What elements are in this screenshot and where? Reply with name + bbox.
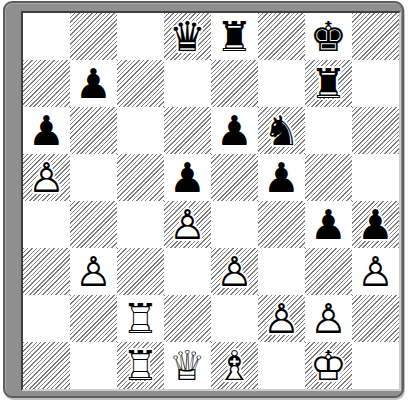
square-g4[interactable]: ♟♟ — [305, 201, 352, 248]
square-e3[interactable]: ♟♙ — [211, 248, 258, 295]
square-c1[interactable]: ♜♖ — [117, 342, 164, 389]
square-h3[interactable]: ♟♙ — [352, 248, 399, 295]
square-e6[interactable]: ♟♟ — [211, 107, 258, 154]
square-c7[interactable] — [117, 60, 164, 107]
piece-white-pawn: ♟♙ — [164, 201, 211, 248]
chess-board: ♛♛♜♜♚♚♟♟♜♜♟♟♟♟♞♞♟♙♟♟♟♟♟♙♟♟♟♟♟♙♟♙♟♙♜♖♟♙♟♙… — [21, 11, 401, 391]
piece-white-queen: ♛♕ — [164, 342, 211, 389]
square-f7[interactable] — [258, 60, 305, 107]
square-d1[interactable]: ♛♕ — [164, 342, 211, 389]
square-a4[interactable] — [23, 201, 70, 248]
piece-white-rook: ♜♖ — [117, 342, 164, 389]
square-b5[interactable] — [70, 154, 117, 201]
square-e7[interactable] — [211, 60, 258, 107]
piece-white-king: ♚♔ — [305, 342, 352, 389]
square-h5[interactable] — [352, 154, 399, 201]
square-d5[interactable]: ♟♟ — [164, 154, 211, 201]
piece-black-pawn: ♟♟ — [164, 154, 211, 201]
square-h1[interactable] — [352, 342, 399, 389]
square-c4[interactable] — [117, 201, 164, 248]
square-f8[interactable] — [258, 13, 305, 60]
square-b8[interactable] — [70, 13, 117, 60]
square-d6[interactable] — [164, 107, 211, 154]
square-c6[interactable] — [117, 107, 164, 154]
piece-black-pawn: ♟♟ — [211, 107, 258, 154]
piece-white-pawn: ♟♙ — [305, 295, 352, 342]
piece-black-queen: ♛♛ — [164, 13, 211, 60]
square-h8[interactable] — [352, 13, 399, 60]
piece-white-pawn: ♟♙ — [258, 295, 305, 342]
piece-black-pawn: ♟♟ — [258, 154, 305, 201]
square-b2[interactable] — [70, 295, 117, 342]
piece-white-pawn: ♟♙ — [23, 154, 70, 201]
square-a8[interactable] — [23, 13, 70, 60]
square-e5[interactable] — [211, 154, 258, 201]
square-e2[interactable] — [211, 295, 258, 342]
square-b3[interactable]: ♟♙ — [70, 248, 117, 295]
piece-black-knight: ♞♞ — [258, 107, 305, 154]
square-f5[interactable]: ♟♟ — [258, 154, 305, 201]
piece-white-pawn: ♟♙ — [211, 248, 258, 295]
square-h6[interactable] — [352, 107, 399, 154]
piece-black-pawn: ♟♟ — [23, 107, 70, 154]
square-a5[interactable]: ♟♙ — [23, 154, 70, 201]
square-a1[interactable] — [23, 342, 70, 389]
square-f6[interactable]: ♞♞ — [258, 107, 305, 154]
square-h7[interactable] — [352, 60, 399, 107]
square-g3[interactable] — [305, 248, 352, 295]
piece-white-bishop: ♝♗ — [211, 342, 258, 389]
square-b7[interactable]: ♟♟ — [70, 60, 117, 107]
square-b1[interactable] — [70, 342, 117, 389]
square-f3[interactable] — [258, 248, 305, 295]
piece-white-pawn: ♟♙ — [70, 248, 117, 295]
square-f1[interactable] — [258, 342, 305, 389]
square-a7[interactable] — [23, 60, 70, 107]
square-c2[interactable]: ♜♖ — [117, 295, 164, 342]
piece-white-pawn: ♟♙ — [352, 248, 399, 295]
square-g7[interactable]: ♜♜ — [305, 60, 352, 107]
square-c5[interactable] — [117, 154, 164, 201]
square-g8[interactable]: ♚♚ — [305, 13, 352, 60]
square-d4[interactable]: ♟♙ — [164, 201, 211, 248]
square-d3[interactable] — [164, 248, 211, 295]
square-h4[interactable]: ♟♟ — [352, 201, 399, 248]
piece-black-pawn: ♟♟ — [305, 201, 352, 248]
piece-white-rook: ♜♖ — [117, 295, 164, 342]
square-a2[interactable] — [23, 295, 70, 342]
square-b4[interactable] — [70, 201, 117, 248]
square-h2[interactable] — [352, 295, 399, 342]
piece-black-pawn: ♟♟ — [352, 201, 399, 248]
piece-black-rook: ♜♜ — [305, 60, 352, 107]
square-e8[interactable]: ♜♜ — [211, 13, 258, 60]
square-a6[interactable]: ♟♟ — [23, 107, 70, 154]
square-f2[interactable]: ♟♙ — [258, 295, 305, 342]
square-e1[interactable]: ♝♗ — [211, 342, 258, 389]
square-d7[interactable] — [164, 60, 211, 107]
square-g1[interactable]: ♚♔ — [305, 342, 352, 389]
board-frame: ♛♛♜♜♚♚♟♟♜♜♟♟♟♟♞♞♟♙♟♟♟♟♟♙♟♟♟♟♟♙♟♙♟♙♜♖♟♙♟♙… — [3, 1, 404, 398]
piece-black-pawn: ♟♟ — [70, 60, 117, 107]
piece-black-rook: ♜♜ — [211, 13, 258, 60]
square-a3[interactable] — [23, 248, 70, 295]
square-c3[interactable] — [117, 248, 164, 295]
piece-black-king: ♚♚ — [305, 13, 352, 60]
square-e4[interactable] — [211, 201, 258, 248]
square-g2[interactable]: ♟♙ — [305, 295, 352, 342]
square-d2[interactable] — [164, 295, 211, 342]
square-c8[interactable] — [117, 13, 164, 60]
square-b6[interactable] — [70, 107, 117, 154]
square-f4[interactable] — [258, 201, 305, 248]
square-g6[interactable] — [305, 107, 352, 154]
square-g5[interactable] — [305, 154, 352, 201]
square-d8[interactable]: ♛♛ — [164, 13, 211, 60]
